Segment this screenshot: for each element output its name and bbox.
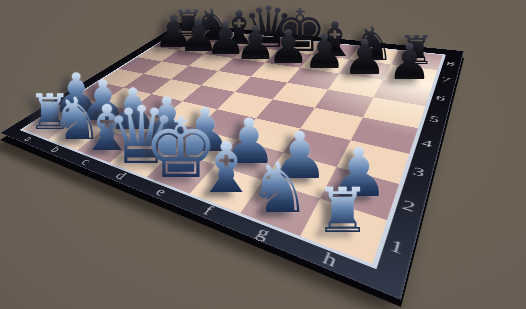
- piece-white-knight-g1[interactable]: ♞: [248, 152, 311, 222]
- pieces-layer: ♜♞♝♛♚♝♞♜♟♟♟♟♟♟♟♟♟♟♟♟♟♟♟♟♜♞♝♛♚♝♞♜: [0, 0, 526, 309]
- piece-black-pawn-h7[interactable]: ♟: [387, 38, 431, 88]
- piece-black-pawn-f7[interactable]: ♟: [303, 28, 346, 76]
- chess-3d-scene: abcdefgh 87654321 ♜♞♝♛♚♝♞♜♟♟♟♟♟♟♟♟♟♟♟♟♟♟…: [0, 0, 526, 309]
- piece-white-rook-h1[interactable]: ♜: [315, 180, 371, 242]
- piece-black-pawn-g7[interactable]: ♟: [343, 33, 387, 82]
